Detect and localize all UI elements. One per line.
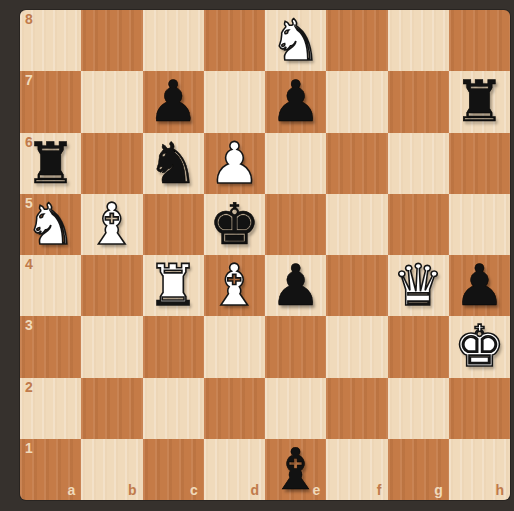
piece-black-pawn-h4[interactable]: ♟ [454, 255, 505, 316]
chess-app-window: 8♞7♟♟♜6♜♞♟5♞♝♚4♜♝♟♛♟3♚21abcde♝fgh [0, 0, 514, 511]
square-e2[interactable] [265, 378, 326, 439]
square-g6[interactable] [388, 133, 449, 194]
square-c3[interactable] [143, 316, 204, 377]
square-b3[interactable] [81, 316, 142, 377]
piece-white-bishop-b5[interactable]: ♝ [86, 194, 137, 255]
square-e5[interactable] [265, 194, 326, 255]
piece-black-bishop-e1[interactable]: ♝ [270, 439, 321, 500]
square-d1[interactable]: d [204, 439, 265, 500]
square-e3[interactable] [265, 316, 326, 377]
square-a2[interactable]: 2 [20, 378, 81, 439]
square-a1[interactable]: 1a [20, 439, 81, 500]
square-h7[interactable]: ♜ [449, 71, 510, 132]
piece-black-pawn-e7[interactable]: ♟ [270, 71, 321, 132]
square-g4[interactable]: ♛ [388, 255, 449, 316]
square-g8[interactable] [388, 10, 449, 71]
square-f1[interactable]: f [326, 439, 387, 500]
square-b8[interactable] [81, 10, 142, 71]
square-e1[interactable]: e♝ [265, 439, 326, 500]
square-h4[interactable]: ♟ [449, 255, 510, 316]
rank-label-2: 2 [25, 380, 33, 394]
square-a6[interactable]: 6♜ [20, 133, 81, 194]
piece-black-pawn-e4[interactable]: ♟ [270, 255, 321, 316]
square-h5[interactable] [449, 194, 510, 255]
piece-black-king-d5[interactable]: ♚ [209, 194, 260, 255]
square-h6[interactable] [449, 133, 510, 194]
square-a5[interactable]: 5♞ [20, 194, 81, 255]
rank-label-7: 7 [25, 73, 33, 87]
piece-white-rook-c4[interactable]: ♜ [148, 255, 199, 316]
square-b4[interactable] [81, 255, 142, 316]
piece-white-knight-a5[interactable]: ♞ [25, 194, 76, 255]
square-b6[interactable] [81, 133, 142, 194]
piece-black-rook-a6[interactable]: ♜ [25, 133, 76, 194]
square-c8[interactable] [143, 10, 204, 71]
square-b1[interactable]: b [81, 439, 142, 500]
square-h8[interactable] [449, 10, 510, 71]
square-f4[interactable] [326, 255, 387, 316]
square-d2[interactable] [204, 378, 265, 439]
square-c5[interactable] [143, 194, 204, 255]
square-d6[interactable]: ♟ [204, 133, 265, 194]
file-label-f: f [377, 483, 382, 497]
chess-board: 8♞7♟♟♜6♜♞♟5♞♝♚4♜♝♟♛♟3♚21abcde♝fgh [20, 10, 510, 500]
piece-black-knight-c6[interactable]: ♞ [148, 133, 199, 194]
square-a4[interactable]: 4 [20, 255, 81, 316]
square-d3[interactable] [204, 316, 265, 377]
rank-label-8: 8 [25, 12, 33, 26]
piece-white-knight-e8[interactable]: ♞ [270, 10, 321, 71]
square-c4[interactable]: ♜ [143, 255, 204, 316]
square-d5[interactable]: ♚ [204, 194, 265, 255]
square-h3[interactable]: ♚ [449, 316, 510, 377]
file-label-g: g [434, 483, 443, 497]
square-b2[interactable] [81, 378, 142, 439]
piece-black-rook-h7[interactable]: ♜ [454, 71, 505, 132]
square-c6[interactable]: ♞ [143, 133, 204, 194]
square-g3[interactable] [388, 316, 449, 377]
square-c1[interactable]: c [143, 439, 204, 500]
square-g1[interactable]: g [388, 439, 449, 500]
square-f8[interactable] [326, 10, 387, 71]
square-a8[interactable]: 8 [20, 10, 81, 71]
file-label-c: c [190, 483, 198, 497]
square-f7[interactable] [326, 71, 387, 132]
rank-label-4: 4 [25, 257, 33, 271]
file-label-d: d [250, 483, 259, 497]
piece-white-queen-g4[interactable]: ♛ [393, 255, 444, 316]
square-h2[interactable] [449, 378, 510, 439]
square-e6[interactable] [265, 133, 326, 194]
square-f5[interactable] [326, 194, 387, 255]
square-f3[interactable] [326, 316, 387, 377]
square-e4[interactable]: ♟ [265, 255, 326, 316]
square-b7[interactable] [81, 71, 142, 132]
file-label-h: h [495, 483, 504, 497]
piece-black-pawn-c7[interactable]: ♟ [148, 71, 199, 132]
square-f6[interactable] [326, 133, 387, 194]
square-b5[interactable]: ♝ [81, 194, 142, 255]
square-g5[interactable] [388, 194, 449, 255]
square-d7[interactable] [204, 71, 265, 132]
piece-white-pawn-d6[interactable]: ♟ [209, 133, 260, 194]
square-f2[interactable] [326, 378, 387, 439]
file-label-a: a [67, 483, 75, 497]
square-d4[interactable]: ♝ [204, 255, 265, 316]
square-g7[interactable] [388, 71, 449, 132]
square-e7[interactable]: ♟ [265, 71, 326, 132]
square-g2[interactable] [388, 378, 449, 439]
square-e8[interactable]: ♞ [265, 10, 326, 71]
square-a7[interactable]: 7 [20, 71, 81, 132]
square-c7[interactable]: ♟ [143, 71, 204, 132]
piece-white-bishop-d4[interactable]: ♝ [209, 255, 260, 316]
square-a3[interactable]: 3 [20, 316, 81, 377]
rank-label-3: 3 [25, 318, 33, 332]
file-label-b: b [128, 483, 137, 497]
square-c2[interactable] [143, 378, 204, 439]
rank-label-1: 1 [25, 441, 33, 455]
square-h1[interactable]: h [449, 439, 510, 500]
piece-white-king-h3[interactable]: ♚ [454, 316, 505, 377]
square-d8[interactable] [204, 10, 265, 71]
